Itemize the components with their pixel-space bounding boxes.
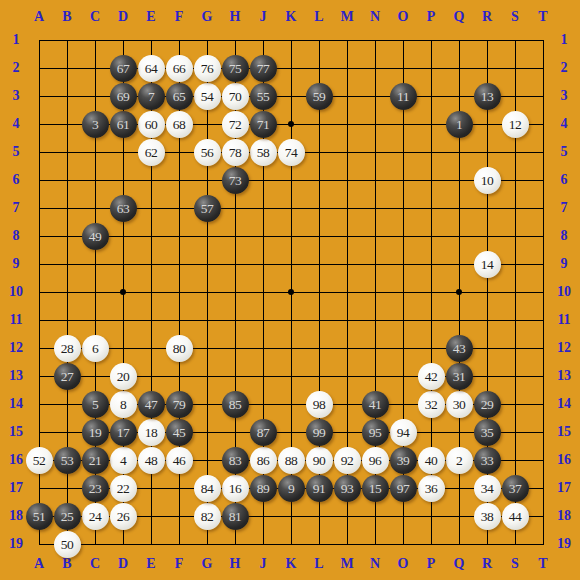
white-stone-C18: 24 (82, 503, 109, 530)
move-number: 40 (425, 447, 438, 474)
move-number: 31 (453, 363, 466, 390)
move-number: 78 (229, 139, 242, 166)
black-stone-R15: 35 (474, 419, 501, 446)
white-stone-G17: 84 (194, 475, 221, 502)
move-number: 81 (229, 503, 242, 530)
white-stone-E16: 48 (138, 447, 165, 474)
move-number: 29 (481, 391, 494, 418)
black-stone-E3: 7 (138, 83, 165, 110)
black-stone-O17: 97 (390, 475, 417, 502)
white-stone-O15: 94 (390, 419, 417, 446)
move-number: 16 (229, 475, 242, 502)
star-point-D10 (120, 289, 126, 295)
move-number: 77 (257, 55, 270, 82)
move-number: 51 (33, 503, 46, 530)
black-stone-J3: 55 (250, 83, 277, 110)
white-stone-N16: 96 (362, 447, 389, 474)
white-stone-F2: 66 (166, 55, 193, 82)
black-stone-J15: 87 (250, 419, 277, 446)
black-stone-B16: 53 (54, 447, 81, 474)
black-stone-C15: 19 (82, 419, 109, 446)
black-stone-D4: 61 (110, 111, 137, 138)
move-number: 9 (288, 475, 294, 502)
move-number: 76 (201, 55, 214, 82)
move-number: 56 (201, 139, 214, 166)
move-number: 39 (397, 447, 410, 474)
move-number: 11 (397, 83, 409, 110)
black-stone-C4: 3 (82, 111, 109, 138)
move-number: 38 (481, 503, 494, 530)
move-number: 94 (397, 419, 410, 446)
move-number: 36 (425, 475, 438, 502)
move-number: 25 (61, 503, 74, 530)
white-stone-D16: 4 (110, 447, 137, 474)
black-stone-R14: 29 (474, 391, 501, 418)
move-number: 70 (229, 83, 242, 110)
move-number: 86 (257, 447, 270, 474)
move-number: 37 (509, 475, 522, 502)
move-number: 57 (201, 195, 214, 222)
move-number: 17 (117, 419, 130, 446)
white-stone-F16: 46 (166, 447, 193, 474)
move-number: 34 (481, 475, 494, 502)
move-number: 2 (456, 447, 462, 474)
white-stone-E4: 60 (138, 111, 165, 138)
move-number: 61 (117, 111, 130, 138)
white-stone-Q14: 30 (446, 391, 473, 418)
black-stone-L17: 91 (306, 475, 333, 502)
white-stone-H17: 16 (222, 475, 249, 502)
black-stone-F3: 65 (166, 83, 193, 110)
white-stone-G3: 54 (194, 83, 221, 110)
move-number: 24 (89, 503, 102, 530)
move-number: 1 (456, 111, 462, 138)
white-stone-F4: 68 (166, 111, 193, 138)
white-stone-F12: 80 (166, 335, 193, 362)
black-stone-J4: 71 (250, 111, 277, 138)
black-stone-G7: 57 (194, 195, 221, 222)
white-stone-D13: 20 (110, 363, 137, 390)
coordinate-label-K: K (277, 8, 305, 25)
coordinate-label-F: F (165, 8, 193, 25)
white-stone-G5: 56 (194, 139, 221, 166)
white-stone-R6: 10 (474, 167, 501, 194)
move-number: 22 (117, 475, 130, 502)
black-stone-N17: 15 (362, 475, 389, 502)
move-number: 3 (92, 111, 98, 138)
black-stone-E14: 47 (138, 391, 165, 418)
black-stone-Q13: 31 (446, 363, 473, 390)
black-stone-N14: 41 (362, 391, 389, 418)
coordinate-label-B: B (53, 8, 81, 25)
column-labels-top: ABCDEFGHJKLMNOPQRST (25, 8, 557, 25)
coordinate-label-S: S (501, 8, 529, 25)
move-number: 71 (257, 111, 270, 138)
white-stone-M16: 92 (334, 447, 361, 474)
move-number: 18 (145, 419, 158, 446)
white-stone-P17: 36 (418, 475, 445, 502)
star-point-K4 (288, 121, 294, 127)
black-stone-K17: 9 (278, 475, 305, 502)
white-stone-P13: 42 (418, 363, 445, 390)
coordinate-label-L: L (305, 8, 333, 25)
move-number: 66 (173, 55, 186, 82)
move-number: 60 (145, 111, 158, 138)
move-number: 72 (229, 111, 242, 138)
move-number: 21 (89, 447, 102, 474)
white-stone-E2: 64 (138, 55, 165, 82)
move-number: 23 (89, 475, 102, 502)
black-stone-H6: 73 (222, 167, 249, 194)
white-stone-J16: 86 (250, 447, 277, 474)
black-stone-J2: 77 (250, 55, 277, 82)
black-stone-L15: 99 (306, 419, 333, 446)
move-number: 46 (173, 447, 186, 474)
move-number: 74 (285, 139, 298, 166)
move-number: 6 (92, 335, 98, 362)
white-stone-J5: 58 (250, 139, 277, 166)
move-number: 99 (313, 419, 326, 446)
move-number: 13 (481, 83, 494, 110)
move-number: 45 (173, 419, 186, 446)
move-number: 54 (201, 83, 214, 110)
white-stone-P16: 40 (418, 447, 445, 474)
black-stone-R3: 13 (474, 83, 501, 110)
white-stone-L16: 90 (306, 447, 333, 474)
black-stone-B13: 27 (54, 363, 81, 390)
move-number: 67 (117, 55, 130, 82)
move-number: 83 (229, 447, 242, 474)
move-number: 92 (341, 447, 354, 474)
black-stone-D3: 69 (110, 83, 137, 110)
black-stone-Q12: 43 (446, 335, 473, 362)
move-number: 65 (173, 83, 186, 110)
black-stone-H18: 81 (222, 503, 249, 530)
move-number: 53 (61, 447, 74, 474)
move-number: 97 (397, 475, 410, 502)
move-number: 64 (145, 55, 158, 82)
move-number: 59 (313, 83, 326, 110)
coordinate-label-O: O (389, 8, 417, 25)
move-number: 27 (61, 363, 74, 390)
move-number: 58 (257, 139, 270, 166)
move-number: 28 (61, 335, 74, 362)
move-number: 75 (229, 55, 242, 82)
star-point-K10 (288, 289, 294, 295)
black-stone-H2: 75 (222, 55, 249, 82)
black-stone-R16: 33 (474, 447, 501, 474)
white-stone-E5: 62 (138, 139, 165, 166)
white-stone-B19: 50 (54, 531, 81, 558)
white-stone-K16: 88 (278, 447, 305, 474)
white-stone-Q16: 2 (446, 447, 473, 474)
black-stone-C16: 21 (82, 447, 109, 474)
move-number: 84 (201, 475, 214, 502)
white-stone-G18: 82 (194, 503, 221, 530)
coordinate-label-C: C (81, 8, 109, 25)
black-stone-B18: 25 (54, 503, 81, 530)
black-stone-O16: 39 (390, 447, 417, 474)
black-stone-H14: 85 (222, 391, 249, 418)
white-stone-S18: 44 (502, 503, 529, 530)
move-number: 73 (229, 167, 242, 194)
move-number: 7 (148, 83, 154, 110)
move-number: 8 (120, 391, 126, 418)
white-stone-D14: 8 (110, 391, 137, 418)
move-number: 80 (173, 335, 186, 362)
move-number: 48 (145, 447, 158, 474)
white-stone-H4: 72 (222, 111, 249, 138)
black-stone-A18: 51 (26, 503, 53, 530)
move-number: 90 (313, 447, 326, 474)
move-number: 82 (201, 503, 214, 530)
black-stone-S17: 37 (502, 475, 529, 502)
move-number: 42 (425, 363, 438, 390)
move-number: 19 (89, 419, 102, 446)
black-stone-D2: 67 (110, 55, 137, 82)
white-stone-K5: 74 (278, 139, 305, 166)
coordinate-label-N: N (361, 8, 389, 25)
move-number: 87 (257, 419, 270, 446)
coordinate-label-D: D (109, 8, 137, 25)
white-stone-R9: 14 (474, 251, 501, 278)
coordinate-label-A: A (25, 8, 53, 25)
coordinate-label-T: T (529, 8, 557, 25)
board-intersections[interactable]: 1234567891011121314151617181920212223242… (25, 26, 557, 558)
black-stone-J17: 89 (250, 475, 277, 502)
move-number: 79 (173, 391, 186, 418)
move-number: 85 (229, 391, 242, 418)
move-number: 30 (453, 391, 466, 418)
move-number: 33 (481, 447, 494, 474)
move-number: 89 (257, 475, 270, 502)
move-number: 44 (509, 503, 522, 530)
go-board-app: ABCDEFGHJKLMNOPQRST ABCDEFGHJKLMNOPQRST … (0, 0, 580, 580)
black-stone-C17: 23 (82, 475, 109, 502)
move-number: 14 (481, 251, 494, 278)
move-number: 49 (89, 223, 102, 250)
move-number: 20 (117, 363, 130, 390)
move-number: 55 (257, 83, 270, 110)
white-stone-E15: 18 (138, 419, 165, 446)
white-stone-L14: 98 (306, 391, 333, 418)
coordinate-label-E: E (137, 8, 165, 25)
star-point-Q10 (456, 289, 462, 295)
white-stone-H5: 78 (222, 139, 249, 166)
white-stone-A16: 52 (26, 447, 53, 474)
black-stone-C8: 49 (82, 223, 109, 250)
move-number: 96 (369, 447, 382, 474)
coordinate-label-P: P (417, 8, 445, 25)
move-number: 32 (425, 391, 438, 418)
move-number: 47 (145, 391, 158, 418)
black-stone-H16: 83 (222, 447, 249, 474)
white-stone-D18: 26 (110, 503, 137, 530)
coordinate-label-J: J (249, 8, 277, 25)
coordinate-label-H: H (221, 8, 249, 25)
black-stone-F14: 79 (166, 391, 193, 418)
move-number: 62 (145, 139, 158, 166)
white-stone-H3: 70 (222, 83, 249, 110)
move-number: 5 (92, 391, 98, 418)
coordinate-label-G: G (193, 8, 221, 25)
move-number: 69 (117, 83, 130, 110)
coordinate-label-R: R (473, 8, 501, 25)
move-number: 12 (509, 111, 522, 138)
coordinate-label-M: M (333, 8, 361, 25)
white-stone-C12: 6 (82, 335, 109, 362)
white-stone-G2: 76 (194, 55, 221, 82)
white-stone-R17: 34 (474, 475, 501, 502)
white-stone-S4: 12 (502, 111, 529, 138)
black-stone-F15: 45 (166, 419, 193, 446)
black-stone-C14: 5 (82, 391, 109, 418)
move-number: 15 (369, 475, 382, 502)
move-number: 88 (285, 447, 298, 474)
coordinate-label-Q: Q (445, 8, 473, 25)
black-stone-M17: 93 (334, 475, 361, 502)
black-stone-N15: 95 (362, 419, 389, 446)
move-number: 95 (369, 419, 382, 446)
black-stone-D15: 17 (110, 419, 137, 446)
move-number: 98 (313, 391, 326, 418)
white-stone-R18: 38 (474, 503, 501, 530)
move-number: 4 (120, 447, 126, 474)
move-number: 52 (33, 447, 46, 474)
move-number: 93 (341, 475, 354, 502)
black-stone-L3: 59 (306, 83, 333, 110)
move-number: 63 (117, 195, 130, 222)
white-stone-B12: 28 (54, 335, 81, 362)
move-number: 43 (453, 335, 466, 362)
white-stone-P14: 32 (418, 391, 445, 418)
move-number: 26 (117, 503, 130, 530)
black-stone-O3: 11 (390, 83, 417, 110)
black-stone-D7: 63 (110, 195, 137, 222)
black-stone-Q4: 1 (446, 111, 473, 138)
white-stone-D17: 22 (110, 475, 137, 502)
move-number: 10 (481, 167, 494, 194)
move-number: 50 (61, 531, 74, 558)
move-number: 68 (173, 111, 186, 138)
move-number: 41 (369, 391, 382, 418)
move-number: 91 (313, 475, 326, 502)
move-number: 35 (481, 419, 494, 446)
